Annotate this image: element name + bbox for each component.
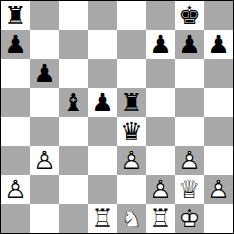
square-g2[interactable]: ♛♕ — [175, 175, 204, 204]
black-pawn-piece: ♟ — [30, 59, 59, 88]
square-g8[interactable]: ♚ — [175, 1, 204, 30]
square-a1[interactable] — [1, 204, 30, 233]
square-d4[interactable] — [88, 117, 117, 146]
square-g7[interactable]: ♟ — [175, 30, 204, 59]
black-rook-piece: ♜ — [117, 88, 146, 117]
square-e8[interactable] — [117, 1, 146, 30]
square-e5[interactable]: ♜ — [117, 88, 146, 117]
square-g4[interactable] — [175, 117, 204, 146]
black-pawn-piece: ♟ — [88, 88, 117, 117]
white-knight-piece: ♞♘ — [117, 204, 146, 233]
square-h3[interactable] — [204, 146, 233, 175]
square-d3[interactable] — [88, 146, 117, 175]
square-d6[interactable] — [88, 59, 117, 88]
square-c1[interactable] — [59, 204, 88, 233]
square-a7[interactable]: ♟ — [1, 30, 30, 59]
square-e4[interactable]: ♛ — [117, 117, 146, 146]
square-a6[interactable] — [1, 59, 30, 88]
square-f7[interactable]: ♟ — [146, 30, 175, 59]
square-h8[interactable] — [204, 1, 233, 30]
black-pawn-piece: ♟ — [204, 30, 233, 59]
square-c8[interactable] — [59, 1, 88, 30]
square-e7[interactable] — [117, 30, 146, 59]
square-h6[interactable] — [204, 59, 233, 88]
white-queen-piece: ♛♕ — [175, 175, 204, 204]
square-c7[interactable] — [59, 30, 88, 59]
square-g6[interactable] — [175, 59, 204, 88]
square-b7[interactable] — [30, 30, 59, 59]
square-g3[interactable]: ♟♙ — [175, 146, 204, 175]
square-h1[interactable] — [204, 204, 233, 233]
square-c4[interactable] — [59, 117, 88, 146]
square-b3[interactable]: ♟♙ — [30, 146, 59, 175]
square-f4[interactable] — [146, 117, 175, 146]
black-pawn-piece: ♟ — [175, 30, 204, 59]
square-b8[interactable] — [30, 1, 59, 30]
black-king-piece: ♚ — [175, 1, 204, 30]
square-c2[interactable] — [59, 175, 88, 204]
white-rook-piece: ♜♖ — [88, 204, 117, 233]
black-rook-piece: ♜ — [1, 1, 30, 30]
square-c3[interactable] — [59, 146, 88, 175]
square-d1[interactable]: ♜♖ — [88, 204, 117, 233]
square-d5[interactable]: ♟ — [88, 88, 117, 117]
square-e6[interactable] — [117, 59, 146, 88]
square-h7[interactable]: ♟ — [204, 30, 233, 59]
square-g1[interactable]: ♚♔ — [175, 204, 204, 233]
square-f8[interactable] — [146, 1, 175, 30]
black-pawn-piece: ♟ — [1, 30, 30, 59]
black-pawn-piece: ♟ — [146, 30, 175, 59]
square-b1[interactable] — [30, 204, 59, 233]
white-pawn-piece: ♟♙ — [146, 175, 175, 204]
white-king-piece: ♚♔ — [175, 204, 204, 233]
white-pawn-piece: ♟♙ — [30, 146, 59, 175]
square-d2[interactable] — [88, 175, 117, 204]
square-f5[interactable] — [146, 88, 175, 117]
square-h4[interactable] — [204, 117, 233, 146]
square-c6[interactable] — [59, 59, 88, 88]
square-b2[interactable] — [30, 175, 59, 204]
white-pawn-piece: ♟♙ — [175, 146, 204, 175]
square-b5[interactable] — [30, 88, 59, 117]
square-h2[interactable]: ♟♙ — [204, 175, 233, 204]
square-e2[interactable] — [117, 175, 146, 204]
white-pawn-piece: ♟♙ — [204, 175, 233, 204]
square-b4[interactable] — [30, 117, 59, 146]
chess-board: ♜♚♟♟♟♟♟♝♟♜♛♟♙♟♙♟♙♟♙♟♙♛♕♟♙♜♖♞♘♜♖♚♔ — [1, 1, 233, 233]
square-a2[interactable]: ♟♙ — [1, 175, 30, 204]
square-d7[interactable] — [88, 30, 117, 59]
square-a8[interactable]: ♜ — [1, 1, 30, 30]
square-f3[interactable] — [146, 146, 175, 175]
chess-board-frame: ♜♚♟♟♟♟♟♝♟♜♛♟♙♟♙♟♙♟♙♟♙♛♕♟♙♜♖♞♘♜♖♚♔ — [0, 0, 234, 234]
white-pawn-piece: ♟♙ — [1, 175, 30, 204]
white-rook-piece: ♜♖ — [146, 204, 175, 233]
square-e1[interactable]: ♞♘ — [117, 204, 146, 233]
square-g5[interactable] — [175, 88, 204, 117]
square-b6[interactable]: ♟ — [30, 59, 59, 88]
black-bishop-piece: ♝ — [59, 88, 88, 117]
square-d8[interactable] — [88, 1, 117, 30]
square-a4[interactable] — [1, 117, 30, 146]
square-a5[interactable] — [1, 88, 30, 117]
square-e3[interactable]: ♟♙ — [117, 146, 146, 175]
square-a3[interactable] — [1, 146, 30, 175]
black-queen-piece: ♛ — [117, 117, 146, 146]
square-f1[interactable]: ♜♖ — [146, 204, 175, 233]
square-f6[interactable] — [146, 59, 175, 88]
square-h5[interactable] — [204, 88, 233, 117]
white-pawn-piece: ♟♙ — [117, 146, 146, 175]
square-f2[interactable]: ♟♙ — [146, 175, 175, 204]
square-c5[interactable]: ♝ — [59, 88, 88, 117]
